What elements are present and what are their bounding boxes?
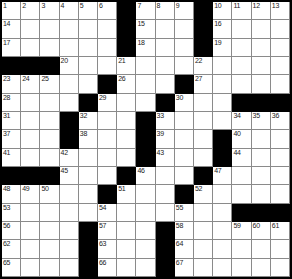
cell-r14c7[interactable] xyxy=(117,240,136,258)
cell-r11c14[interactable] xyxy=(252,185,271,203)
clue-number: 8 xyxy=(157,2,161,10)
cell-r15c2[interactable] xyxy=(21,259,40,277)
cell-r3c4[interactable] xyxy=(60,39,79,57)
cell-r3c13[interactable] xyxy=(232,39,251,57)
cell-r10c6[interactable] xyxy=(98,167,117,185)
cell-r2c3[interactable] xyxy=(40,20,59,38)
clue-number: 5 xyxy=(80,2,84,10)
clue-number: 46 xyxy=(137,167,144,175)
cell-r2c4[interactable] xyxy=(60,20,79,38)
crossword-board: 1234567891011121314151617181920212223242… xyxy=(0,0,292,279)
clue-number: 39 xyxy=(157,130,164,138)
black-cell-r13c9 xyxy=(156,222,175,240)
black-cell-r10c1 xyxy=(2,167,21,185)
cell-r14c8[interactable] xyxy=(136,240,155,258)
clue-number: 41 xyxy=(3,149,10,157)
cell-r12c4[interactable] xyxy=(60,204,79,222)
clue-number: 40 xyxy=(233,130,240,138)
cell-r10c10[interactable] xyxy=(175,167,194,185)
clue-number: 60 xyxy=(253,222,260,230)
clue-number: 53 xyxy=(3,204,10,212)
black-cell-r6c14 xyxy=(252,94,271,112)
clue-number: 13 xyxy=(272,2,279,10)
cell-r6c2[interactable] xyxy=(21,94,40,112)
cell-r2c14[interactable] xyxy=(252,20,271,38)
cell-r10c4[interactable]: 45 xyxy=(60,167,79,185)
cell-r14c15[interactable] xyxy=(271,240,290,258)
cell-r7c9[interactable]: 33 xyxy=(156,112,175,130)
cell-r12c11[interactable] xyxy=(194,204,213,222)
cell-r1c12[interactable]: 10 xyxy=(213,2,232,20)
cell-r8c15[interactable] xyxy=(271,130,290,148)
cell-r3c8[interactable]: 18 xyxy=(136,39,155,57)
cell-r9c6[interactable] xyxy=(98,149,117,167)
cell-r8c1[interactable]: 37 xyxy=(2,130,21,148)
cell-r15c4[interactable] xyxy=(60,259,79,277)
cell-r10c13[interactable] xyxy=(232,167,251,185)
clue-number: 27 xyxy=(195,75,202,83)
clue-number: 65 xyxy=(3,259,10,267)
clue-number: 62 xyxy=(3,240,10,248)
cell-r5c9[interactable] xyxy=(156,75,175,93)
cell-r15c11[interactable] xyxy=(194,259,213,277)
cell-r7c14[interactable]: 35 xyxy=(252,112,271,130)
cell-r7c3[interactable] xyxy=(40,112,59,130)
cell-r12c8[interactable] xyxy=(136,204,155,222)
black-cell-r8c8 xyxy=(136,130,155,148)
cell-r5c7[interactable]: 26 xyxy=(117,75,136,93)
cell-r6c10[interactable]: 30 xyxy=(175,94,194,112)
cell-r13c11[interactable] xyxy=(194,222,213,240)
cell-r11c12[interactable] xyxy=(213,185,232,203)
clue-number: 54 xyxy=(99,204,106,212)
cell-r1c6[interactable]: 6 xyxy=(98,2,117,20)
cell-r11c7[interactable]: 51 xyxy=(117,185,136,203)
black-cell-r6c15 xyxy=(271,94,290,112)
clue-number: 1 xyxy=(3,2,7,10)
cell-r5c8[interactable] xyxy=(136,75,155,93)
clue-number: 9 xyxy=(176,2,180,10)
cell-r11c8[interactable] xyxy=(136,185,155,203)
black-cell-r12c15 xyxy=(271,204,290,222)
cell-r15c8[interactable] xyxy=(136,259,155,277)
black-cell-r2c7 xyxy=(117,20,136,38)
clue-number: 34 xyxy=(233,112,240,120)
cell-r3c1[interactable]: 17 xyxy=(2,39,21,57)
black-cell-r15c5 xyxy=(79,259,98,277)
cell-r2c6[interactable] xyxy=(98,20,117,38)
cell-r13c10[interactable]: 58 xyxy=(175,222,194,240)
cell-r3c14[interactable] xyxy=(252,39,271,57)
cell-r2c1[interactable]: 14 xyxy=(2,20,21,38)
clue-number: 25 xyxy=(41,75,48,83)
cell-r14c13[interactable] xyxy=(232,240,251,258)
cell-r9c13[interactable]: 44 xyxy=(232,149,251,167)
clue-number: 50 xyxy=(41,185,48,193)
clue-number: 18 xyxy=(137,39,144,47)
cell-r8c9[interactable]: 39 xyxy=(156,130,175,148)
black-cell-r9c8 xyxy=(136,149,155,167)
clue-number: 38 xyxy=(80,130,87,138)
cell-r14c14[interactable] xyxy=(252,240,271,258)
cell-r6c12[interactable] xyxy=(213,94,232,112)
cell-r12c12[interactable] xyxy=(213,204,232,222)
cell-r6c4[interactable] xyxy=(60,94,79,112)
cell-r12c5[interactable] xyxy=(79,204,98,222)
clue-number: 58 xyxy=(176,222,183,230)
cell-r1c15[interactable]: 13 xyxy=(271,2,290,20)
cell-r7c5[interactable]: 32 xyxy=(79,112,98,130)
clue-number: 64 xyxy=(176,240,183,248)
clue-number: 19 xyxy=(214,39,221,47)
cell-r13c6[interactable]: 57 xyxy=(98,222,117,240)
clue-number: 4 xyxy=(61,2,65,10)
cell-r3c15[interactable] xyxy=(271,39,290,57)
cell-r12c1[interactable]: 53 xyxy=(2,204,21,222)
cell-r7c15[interactable]: 36 xyxy=(271,112,290,130)
cell-r12c6[interactable]: 54 xyxy=(98,204,117,222)
cell-r15c12[interactable] xyxy=(213,259,232,277)
black-cell-r12c14 xyxy=(252,204,271,222)
black-cell-r5c6 xyxy=(98,75,117,93)
cell-r4c14[interactable] xyxy=(252,57,271,75)
cell-r3c9[interactable] xyxy=(156,39,175,57)
clue-number: 29 xyxy=(99,94,106,102)
cell-r8c14[interactable] xyxy=(252,130,271,148)
crossword-puzzle: 1234567891011121314151617181920212223242… xyxy=(0,0,292,279)
cell-r9c7[interactable] xyxy=(117,149,136,167)
cell-r5c1[interactable]: 23 xyxy=(2,75,21,93)
cell-r5c2[interactable]: 24 xyxy=(21,75,40,93)
cell-r13c14[interactable]: 60 xyxy=(252,222,271,240)
clue-number: 28 xyxy=(3,94,10,102)
cell-r13c4[interactable] xyxy=(60,222,79,240)
clue-number: 26 xyxy=(118,75,125,83)
cell-r2c9[interactable] xyxy=(156,20,175,38)
black-cell-r10c3 xyxy=(40,167,59,185)
clue-number: 35 xyxy=(253,112,260,120)
cell-r4c11[interactable]: 22 xyxy=(194,57,213,75)
black-cell-r11c6 xyxy=(98,185,117,203)
clue-number: 21 xyxy=(118,57,125,65)
cell-r15c7[interactable] xyxy=(117,259,136,277)
cell-r8c7[interactable] xyxy=(117,130,136,148)
cell-r1c8[interactable]: 7 xyxy=(136,2,155,20)
cell-r5c12[interactable] xyxy=(213,75,232,93)
cell-r13c13[interactable]: 59 xyxy=(232,222,251,240)
clue-number: 2 xyxy=(22,2,26,10)
clue-number: 48 xyxy=(3,185,10,193)
clue-number: 3 xyxy=(41,2,45,10)
clue-number: 11 xyxy=(233,2,240,10)
cell-r9c9[interactable]: 43 xyxy=(156,149,175,167)
cell-r9c15[interactable] xyxy=(271,149,290,167)
black-cell-r4c3 xyxy=(40,57,59,75)
clue-number: 23 xyxy=(3,75,10,83)
cell-r4c13[interactable] xyxy=(232,57,251,75)
clue-number: 32 xyxy=(80,112,87,120)
clue-number: 12 xyxy=(253,2,260,10)
cell-r14c4[interactable] xyxy=(60,240,79,258)
cell-r6c8[interactable] xyxy=(136,94,155,112)
cell-r2c12[interactable]: 16 xyxy=(213,20,232,38)
cell-r2c13[interactable] xyxy=(232,20,251,38)
cell-r6c6[interactable]: 29 xyxy=(98,94,117,112)
cell-r10c9[interactable] xyxy=(156,167,175,185)
cell-r6c11[interactable] xyxy=(194,94,213,112)
black-cell-r2c11 xyxy=(194,20,213,38)
cell-r11c3[interactable]: 50 xyxy=(40,185,59,203)
cell-r11c15[interactable] xyxy=(271,185,290,203)
clue-number: 31 xyxy=(3,112,10,120)
cell-r5c13[interactable] xyxy=(232,75,251,93)
cell-r14c11[interactable] xyxy=(194,240,213,258)
cell-r2c2[interactable] xyxy=(21,20,40,38)
cell-r6c1[interactable]: 28 xyxy=(2,94,21,112)
clue-number: 51 xyxy=(118,185,125,193)
cell-r15c1[interactable]: 65 xyxy=(2,259,21,277)
cell-r4c7[interactable]: 21 xyxy=(117,57,136,75)
cell-r11c9[interactable] xyxy=(156,185,175,203)
cell-r2c5[interactable] xyxy=(79,20,98,38)
cell-r8c10[interactable] xyxy=(175,130,194,148)
cell-r8c6[interactable] xyxy=(98,130,117,148)
cell-r11c13[interactable] xyxy=(232,185,251,203)
clue-number: 47 xyxy=(214,167,221,175)
cell-r9c11[interactable] xyxy=(194,149,213,167)
black-cell-r3c11 xyxy=(194,39,213,57)
black-cell-r9c12 xyxy=(213,149,232,167)
cell-r12c3[interactable] xyxy=(40,204,59,222)
cell-r14c1[interactable]: 62 xyxy=(2,240,21,258)
clue-number: 44 xyxy=(233,149,240,157)
black-cell-r8c12 xyxy=(213,130,232,148)
clue-number: 66 xyxy=(99,259,106,267)
black-cell-r7c8 xyxy=(136,112,155,130)
cell-r5c3[interactable]: 25 xyxy=(40,75,59,93)
cell-r13c15[interactable]: 61 xyxy=(271,222,290,240)
clue-number: 24 xyxy=(22,75,29,83)
cell-r4c9[interactable] xyxy=(156,57,175,75)
clue-number: 14 xyxy=(3,20,10,28)
black-cell-r4c2 xyxy=(21,57,40,75)
clue-number: 61 xyxy=(272,222,279,230)
black-cell-r14c9 xyxy=(156,240,175,258)
cell-r13c7[interactable] xyxy=(117,222,136,240)
cell-r3c2[interactable] xyxy=(21,39,40,57)
cell-r4c5[interactable] xyxy=(79,57,98,75)
cell-r1c1[interactable]: 1 xyxy=(2,2,21,20)
black-cell-r3c7 xyxy=(117,39,136,57)
cell-r5c14[interactable] xyxy=(252,75,271,93)
cell-r8c11[interactable] xyxy=(194,130,213,148)
cell-r7c12[interactable] xyxy=(213,112,232,130)
cell-r12c9[interactable] xyxy=(156,204,175,222)
cell-r9c4[interactable]: 42 xyxy=(60,149,79,167)
cell-r14c6[interactable]: 63 xyxy=(98,240,117,258)
cell-r6c7[interactable] xyxy=(117,94,136,112)
cell-r1c4[interactable]: 4 xyxy=(60,2,79,20)
clue-number: 43 xyxy=(157,149,164,157)
cell-r11c2[interactable]: 49 xyxy=(21,185,40,203)
cell-r8c13[interactable]: 40 xyxy=(232,130,251,148)
cell-r4c6[interactable] xyxy=(98,57,117,75)
cell-r7c11[interactable] xyxy=(194,112,213,130)
cell-r10c14[interactable] xyxy=(252,167,271,185)
clue-number: 6 xyxy=(99,2,103,10)
black-cell-r10c7 xyxy=(117,167,136,185)
cell-r8c5[interactable]: 38 xyxy=(79,130,98,148)
cell-r3c12[interactable]: 19 xyxy=(213,39,232,57)
cell-r9c5[interactable] xyxy=(79,149,98,167)
black-cell-r5c10 xyxy=(175,75,194,93)
black-cell-r1c7 xyxy=(117,2,136,20)
black-cell-r6c9 xyxy=(156,94,175,112)
cell-r5c15[interactable] xyxy=(271,75,290,93)
cell-r15c15[interactable] xyxy=(271,259,290,277)
cell-r14c10[interactable]: 64 xyxy=(175,240,194,258)
cell-r13c3[interactable] xyxy=(40,222,59,240)
cell-r5c4[interactable] xyxy=(60,75,79,93)
cell-r10c15[interactable] xyxy=(271,167,290,185)
cell-r3c10[interactable] xyxy=(175,39,194,57)
black-cell-r8c4 xyxy=(60,130,79,148)
cell-r14c2[interactable] xyxy=(21,240,40,258)
black-cell-r14c5 xyxy=(79,240,98,258)
clue-number: 17 xyxy=(3,39,10,47)
black-cell-r12c13 xyxy=(232,204,251,222)
clue-number: 56 xyxy=(3,222,10,230)
black-cell-r7c4 xyxy=(60,112,79,130)
clue-number: 30 xyxy=(176,94,183,102)
cell-r12c2[interactable] xyxy=(21,204,40,222)
cell-r11c4[interactable] xyxy=(60,185,79,203)
cell-r1c9[interactable]: 8 xyxy=(156,2,175,20)
clue-number: 7 xyxy=(137,2,141,10)
clue-number: 49 xyxy=(22,185,29,193)
cell-r8c2[interactable] xyxy=(21,130,40,148)
cell-r1c13[interactable]: 11 xyxy=(232,2,251,20)
cell-r11c11[interactable]: 52 xyxy=(194,185,213,203)
clue-number: 36 xyxy=(272,112,279,120)
clue-number: 20 xyxy=(61,57,68,65)
cell-r13c8[interactable] xyxy=(136,222,155,240)
cell-r2c10[interactable] xyxy=(175,20,194,38)
cell-r4c8[interactable] xyxy=(136,57,155,75)
clue-number: 55 xyxy=(176,204,183,212)
clue-number: 57 xyxy=(99,222,106,230)
clue-number: 67 xyxy=(176,259,183,267)
cell-r9c1[interactable]: 41 xyxy=(2,149,21,167)
cell-r13c1[interactable]: 56 xyxy=(2,222,21,240)
black-cell-r15c9 xyxy=(156,259,175,277)
cell-r10c8[interactable]: 46 xyxy=(136,167,155,185)
cell-r1c14[interactable]: 12 xyxy=(252,2,271,20)
cell-r4c4[interactable]: 20 xyxy=(60,57,79,75)
clue-number: 37 xyxy=(3,130,10,138)
black-cell-r1c11 xyxy=(194,2,213,20)
cell-r7c2[interactable] xyxy=(21,112,40,130)
cell-r15c14[interactable] xyxy=(252,259,271,277)
cell-r10c5[interactable] xyxy=(79,167,98,185)
cell-r9c2[interactable] xyxy=(21,149,40,167)
black-cell-r11c10 xyxy=(175,185,194,203)
cell-r1c10[interactable]: 9 xyxy=(175,2,194,20)
clue-number: 63 xyxy=(99,240,106,248)
cell-r12c10[interactable]: 55 xyxy=(175,204,194,222)
cell-r3c6[interactable] xyxy=(98,39,117,57)
black-cell-r13c5 xyxy=(79,222,98,240)
cell-r9c14[interactable] xyxy=(252,149,271,167)
cell-r9c3[interactable] xyxy=(40,149,59,167)
cell-r3c5[interactable] xyxy=(79,39,98,57)
cell-r13c2[interactable] xyxy=(21,222,40,240)
cell-r6c3[interactable] xyxy=(40,94,59,112)
black-cell-r4c1 xyxy=(2,57,21,75)
cell-r15c13[interactable] xyxy=(232,259,251,277)
cell-r7c10[interactable] xyxy=(175,112,194,130)
clue-number: 33 xyxy=(157,112,164,120)
cell-r13c12[interactable] xyxy=(213,222,232,240)
cell-r11c5[interactable] xyxy=(79,185,98,203)
cell-r4c10[interactable] xyxy=(175,57,194,75)
cell-r5c11[interactable]: 27 xyxy=(194,75,213,93)
cell-r9c10[interactable] xyxy=(175,149,194,167)
black-cell-r6c5 xyxy=(79,94,98,112)
cell-r14c3[interactable] xyxy=(40,240,59,258)
cell-r8c3[interactable] xyxy=(40,130,59,148)
cell-r1c5[interactable]: 5 xyxy=(79,2,98,20)
cell-r3c3[interactable] xyxy=(40,39,59,57)
clue-number: 42 xyxy=(61,149,68,157)
cell-r2c15[interactable] xyxy=(271,20,290,38)
clue-number: 45 xyxy=(61,167,68,175)
cell-r15c6[interactable]: 66 xyxy=(98,259,117,277)
cell-r1c2[interactable]: 2 xyxy=(21,2,40,20)
cell-r10c12[interactable]: 47 xyxy=(213,167,232,185)
cell-r4c12[interactable] xyxy=(213,57,232,75)
black-cell-r10c2 xyxy=(21,167,40,185)
black-cell-r10c11 xyxy=(194,167,213,185)
clue-number: 15 xyxy=(137,20,144,28)
cell-r2c8[interactable]: 15 xyxy=(136,20,155,38)
cell-r7c7[interactable] xyxy=(117,112,136,130)
cell-r15c10[interactable]: 67 xyxy=(175,259,194,277)
cell-r7c6[interactable] xyxy=(98,112,117,130)
cell-r12c7[interactable] xyxy=(117,204,136,222)
cell-r7c13[interactable]: 34 xyxy=(232,112,251,130)
clue-number: 22 xyxy=(195,57,202,65)
clue-number: 10 xyxy=(214,2,221,10)
cell-r15c3[interactable] xyxy=(40,259,59,277)
black-cell-r6c13 xyxy=(232,94,251,112)
cell-r14c12[interactable] xyxy=(213,240,232,258)
cell-r4c15[interactable] xyxy=(271,57,290,75)
clue-number: 59 xyxy=(233,222,240,230)
cell-r7c1[interactable]: 31 xyxy=(2,112,21,130)
clue-number: 52 xyxy=(195,185,202,193)
clue-number: 16 xyxy=(214,20,221,28)
cell-r5c5[interactable] xyxy=(79,75,98,93)
cell-r11c1[interactable]: 48 xyxy=(2,185,21,203)
cell-r1c3[interactable]: 3 xyxy=(40,2,59,20)
